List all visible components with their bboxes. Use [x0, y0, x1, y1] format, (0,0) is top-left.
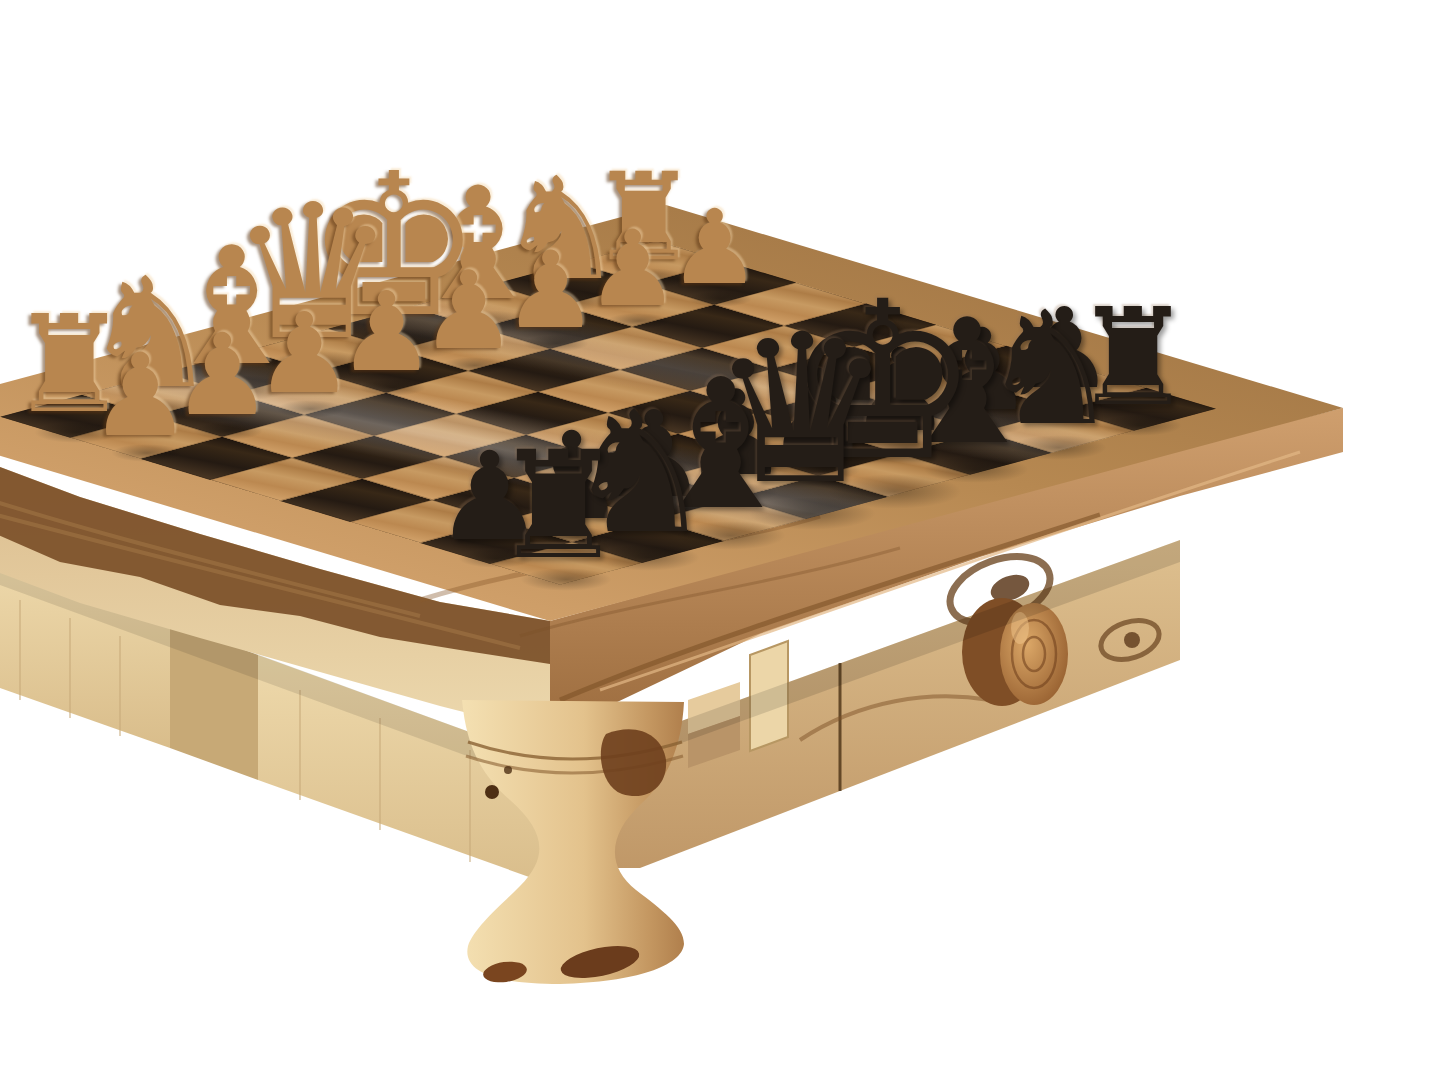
- product-photo-scene: ♜♟♞♟♝♟♚♟♛♟♝♟♟♞♜♟♟♜♞♟♟♝♟♚♟♛♟♝♟♞♟♜: [0, 0, 1445, 1084]
- white-pawn-f2[interactable]: ♟: [503, 237, 598, 343]
- white-pawn-a2[interactable]: ♟: [89, 339, 191, 453]
- white-pawn-h2[interactable]: ♟: [669, 196, 761, 299]
- black-rook-a8[interactable]: ♜: [492, 432, 625, 580]
- white-pawn-g2[interactable]: ♟: [586, 217, 680, 322]
- piece-layer: ♜♟♞♟♝♟♚♟♛♟♝♟♟♞♜♟♟♜♞♟♟♝♟♚♟♛♟♝♟♞♟♜: [0, 0, 1445, 1084]
